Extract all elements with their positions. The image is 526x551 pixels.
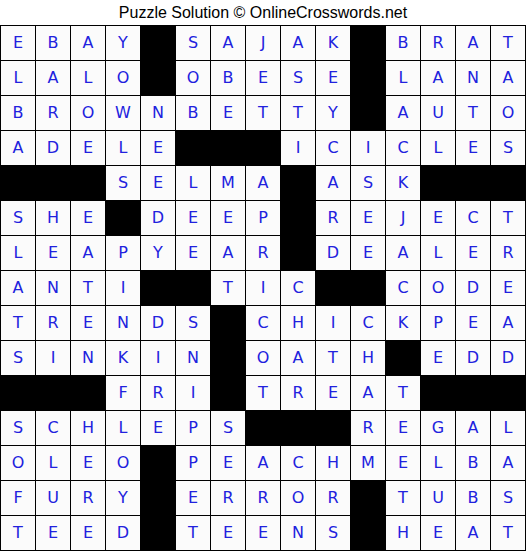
letter-cell-r2c3: L xyxy=(71,61,105,95)
black-cell-r11c2 xyxy=(36,376,70,410)
black-cell-r4c8 xyxy=(246,131,280,165)
black-cell-r13c5 xyxy=(141,446,175,480)
letter-cell-r14c12: T xyxy=(386,481,420,515)
letter-cell-r1c1: E xyxy=(1,26,35,60)
letter-cell-r2c6: O xyxy=(176,61,210,95)
letter-cell-r15c7: E xyxy=(211,516,245,550)
black-cell-r9c7 xyxy=(211,306,245,340)
letter-cell-r14c13: U xyxy=(421,481,455,515)
letter-cell-r12c3: H xyxy=(71,411,105,445)
letter-cell-r9c9: H xyxy=(281,306,315,340)
black-cell-r6c4 xyxy=(106,201,140,235)
letter-cell-r5c10: A xyxy=(316,166,350,200)
letter-cell-r7c12: A xyxy=(386,236,420,270)
letter-cell-r5c5: E xyxy=(141,166,175,200)
letter-cell-r1c7: A xyxy=(211,26,245,60)
letter-cell-r3c4: W xyxy=(106,96,140,130)
letter-cell-r9c14: E xyxy=(456,306,490,340)
black-cell-r14c11 xyxy=(351,481,385,515)
letter-cell-r4c2: D xyxy=(36,131,70,165)
letter-cell-r7c4: P xyxy=(106,236,140,270)
black-cell-r8c5 xyxy=(141,271,175,305)
letter-cell-r14c9: O xyxy=(281,481,315,515)
letter-cell-r13c13: L xyxy=(421,446,455,480)
letter-cell-r13c7: E xyxy=(211,446,245,480)
letter-cell-r12c13: G xyxy=(421,411,455,445)
black-cell-r10c7 xyxy=(211,341,245,375)
header: Puzzle Solution © OnlineCrosswords.net xyxy=(0,0,526,25)
crossword-grid: EBAYSAJAKBRATLALOOBESELANABROWNBETTYAUTO… xyxy=(0,25,526,551)
letter-cell-r3c5: N xyxy=(141,96,175,130)
letter-cell-r12c4: L xyxy=(106,411,140,445)
letter-cell-r8c9: C xyxy=(281,271,315,305)
letter-cell-r10c9: A xyxy=(281,341,315,375)
letter-cell-r12c1: S xyxy=(1,411,35,445)
black-cell-r5c13 xyxy=(421,166,455,200)
letter-cell-r14c4: Y xyxy=(106,481,140,515)
letter-cell-r5c11: S xyxy=(351,166,385,200)
letter-cell-r1c10: K xyxy=(316,26,350,60)
black-cell-r11c1 xyxy=(1,376,35,410)
letter-cell-r6c3: E xyxy=(71,201,105,235)
letter-cell-r1c14: A xyxy=(456,26,490,60)
letter-cell-r3c7: E xyxy=(211,96,245,130)
letter-cell-r7c8: R xyxy=(246,236,280,270)
letter-cell-r8c13: O xyxy=(421,271,455,305)
letter-cell-r14c15: S xyxy=(491,481,525,515)
letter-cell-r1c15: T xyxy=(491,26,525,60)
letter-cell-r4c14: E xyxy=(456,131,490,165)
letter-cell-r3c1: B xyxy=(1,96,35,130)
letter-cell-r5c4: S xyxy=(106,166,140,200)
letter-cell-r15c14: A xyxy=(456,516,490,550)
black-cell-r5c1 xyxy=(1,166,35,200)
letter-cell-r9c15: A xyxy=(491,306,525,340)
letter-cell-r6c7: E xyxy=(211,201,245,235)
letter-cell-r13c1: O xyxy=(1,446,35,480)
letter-cell-r9c13: P xyxy=(421,306,455,340)
letter-cell-r10c11: H xyxy=(351,341,385,375)
black-cell-r12c10 xyxy=(316,411,350,445)
letter-cell-r9c1: T xyxy=(1,306,35,340)
letter-cell-r13c3: E xyxy=(71,446,105,480)
letter-cell-r10c1: S xyxy=(1,341,35,375)
letter-cell-r9c5: D xyxy=(141,306,175,340)
letter-cell-r7c1: L xyxy=(1,236,35,270)
letter-cell-r8c1: A xyxy=(1,271,35,305)
black-cell-r11c14 xyxy=(456,376,490,410)
letter-cell-r15c3: E xyxy=(71,516,105,550)
black-cell-r11c3 xyxy=(71,376,105,410)
black-cell-r14c5 xyxy=(141,481,175,515)
letter-cell-r13c14: B xyxy=(456,446,490,480)
letter-cell-r6c15: T xyxy=(491,201,525,235)
letter-cell-r12c15: L xyxy=(491,411,525,445)
black-cell-r12c9 xyxy=(281,411,315,445)
letter-cell-r15c15: T xyxy=(491,516,525,550)
letter-cell-r13c4: O xyxy=(106,446,140,480)
letter-cell-r12c12: E xyxy=(386,411,420,445)
letter-cell-r12c2: C xyxy=(36,411,70,445)
letter-cell-r13c6: P xyxy=(176,446,210,480)
letter-cell-r14c6: E xyxy=(176,481,210,515)
letter-cell-r15c13: E xyxy=(421,516,455,550)
letter-cell-r2c13: A xyxy=(421,61,455,95)
letter-cell-r12c14: A xyxy=(456,411,490,445)
letter-cell-r13c2: L xyxy=(36,446,70,480)
letter-cell-r9c4: N xyxy=(106,306,140,340)
letter-cell-r9c3: E xyxy=(71,306,105,340)
letter-cell-r1c3: A xyxy=(71,26,105,60)
letter-cell-r13c12: E xyxy=(386,446,420,480)
letter-cell-r8c3: T xyxy=(71,271,105,305)
letter-cell-r4c1: A xyxy=(1,131,35,165)
letter-cell-r11c10: E xyxy=(316,376,350,410)
letter-cell-r10c5: I xyxy=(141,341,175,375)
letter-cell-r3c13: U xyxy=(421,96,455,130)
black-cell-r2c5 xyxy=(141,61,175,95)
letter-cell-r15c4: D xyxy=(106,516,140,550)
letter-cell-r14c7: R xyxy=(211,481,245,515)
letter-cell-r8c14: D xyxy=(456,271,490,305)
letter-cell-r7c2: E xyxy=(36,236,70,270)
black-cell-r15c5 xyxy=(141,516,175,550)
letter-cell-r10c4: K xyxy=(106,341,140,375)
letter-cell-r9c12: K xyxy=(386,306,420,340)
letter-cell-r15c9: N xyxy=(281,516,315,550)
letter-cell-r6c11: E xyxy=(351,201,385,235)
letter-cell-r7c13: L xyxy=(421,236,455,270)
letter-cell-r4c13: L xyxy=(421,131,455,165)
letter-cell-r8c2: N xyxy=(36,271,70,305)
black-cell-r3c11 xyxy=(351,96,385,130)
black-cell-r4c6 xyxy=(176,131,210,165)
letter-cell-r7c11: E xyxy=(351,236,385,270)
letter-cell-r4c4: L xyxy=(106,131,140,165)
black-cell-r5c3 xyxy=(71,166,105,200)
letter-cell-r9c10: I xyxy=(316,306,350,340)
letter-cell-r6c6: E xyxy=(176,201,210,235)
letter-cell-r10c6: N xyxy=(176,341,210,375)
letter-cell-r12c7: S xyxy=(211,411,245,445)
letter-cell-r9c6: S xyxy=(176,306,210,340)
letter-cell-r11c5: R xyxy=(141,376,175,410)
letter-cell-r11c6: I xyxy=(176,376,210,410)
letter-cell-r3c10: Y xyxy=(316,96,350,130)
black-cell-r10c12 xyxy=(386,341,420,375)
letter-cell-r2c7: B xyxy=(211,61,245,95)
letter-cell-r8c15: E xyxy=(491,271,525,305)
letter-cell-r7c14: E xyxy=(456,236,490,270)
black-cell-r8c6 xyxy=(176,271,210,305)
letter-cell-r7c7: A xyxy=(211,236,245,270)
black-cell-r4c7 xyxy=(211,131,245,165)
letter-cell-r14c1: F xyxy=(1,481,35,515)
black-cell-r2c11 xyxy=(351,61,385,95)
letter-cell-r3c8: T xyxy=(246,96,280,130)
letter-cell-r15c6: T xyxy=(176,516,210,550)
letter-cell-r12c5: E xyxy=(141,411,175,445)
letter-cell-r1c13: R xyxy=(421,26,455,60)
letter-cell-r9c8: C xyxy=(246,306,280,340)
letter-cell-r4c9: I xyxy=(281,131,315,165)
letter-cell-r10c14: D xyxy=(456,341,490,375)
letter-cell-r2c8: E xyxy=(246,61,280,95)
letter-cell-r4c11: I xyxy=(351,131,385,165)
letter-cell-r5c8: A xyxy=(246,166,280,200)
letter-cell-r2c4: O xyxy=(106,61,140,95)
black-cell-r8c10 xyxy=(316,271,350,305)
letter-cell-r12c6: P xyxy=(176,411,210,445)
letter-cell-r6c1: S xyxy=(1,201,35,235)
letter-cell-r2c10: E xyxy=(316,61,350,95)
letter-cell-r2c9: S xyxy=(281,61,315,95)
letter-cell-r8c12: C xyxy=(386,271,420,305)
letter-cell-r3c2: R xyxy=(36,96,70,130)
letter-cell-r14c10: R xyxy=(316,481,350,515)
letter-cell-r1c2: B xyxy=(36,26,70,60)
letter-cell-r8c8: I xyxy=(246,271,280,305)
letter-cell-r8c7: T xyxy=(211,271,245,305)
letter-cell-r2c14: N xyxy=(456,61,490,95)
letter-cell-r10c10: T xyxy=(316,341,350,375)
letter-cell-r3c6: B xyxy=(176,96,210,130)
puzzle-solution-page: Puzzle Solution © OnlineCrosswords.net E… xyxy=(0,0,526,551)
letter-cell-r9c2: R xyxy=(36,306,70,340)
letter-cell-r1c4: Y xyxy=(106,26,140,60)
letter-cell-r11c11: A xyxy=(351,376,385,410)
letter-cell-r3c9: T xyxy=(281,96,315,130)
letter-cell-r5c6: L xyxy=(176,166,210,200)
letter-cell-r3c15: O xyxy=(491,96,525,130)
letter-cell-r4c15: S xyxy=(491,131,525,165)
letter-cell-r6c2: H xyxy=(36,201,70,235)
black-cell-r15c11 xyxy=(351,516,385,550)
letter-cell-r7c3: A xyxy=(71,236,105,270)
letter-cell-r6c14: C xyxy=(456,201,490,235)
letter-cell-r5c12: K xyxy=(386,166,420,200)
letter-cell-r8c4: I xyxy=(106,271,140,305)
letter-cell-r7c6: E xyxy=(176,236,210,270)
letter-cell-r7c15: R xyxy=(491,236,525,270)
letter-cell-r6c5: D xyxy=(141,201,175,235)
letter-cell-r15c1: T xyxy=(1,516,35,550)
letter-cell-r14c8: R xyxy=(246,481,280,515)
letter-cell-r1c9: A xyxy=(281,26,315,60)
letter-cell-r14c3: R xyxy=(71,481,105,515)
letter-cell-r1c8: J xyxy=(246,26,280,60)
letter-cell-r13c15: A xyxy=(491,446,525,480)
letter-cell-r13c9: C xyxy=(281,446,315,480)
letter-cell-r4c3: E xyxy=(71,131,105,165)
black-cell-r11c13 xyxy=(421,376,455,410)
letter-cell-r11c12: T xyxy=(386,376,420,410)
letter-cell-r4c10: C xyxy=(316,131,350,165)
letter-cell-r4c5: E xyxy=(141,131,175,165)
letter-cell-r10c8: O xyxy=(246,341,280,375)
letter-cell-r13c11: M xyxy=(351,446,385,480)
letter-cell-r6c13: E xyxy=(421,201,455,235)
letter-cell-r6c12: J xyxy=(386,201,420,235)
letter-cell-r5c7: M xyxy=(211,166,245,200)
black-cell-r8c11 xyxy=(351,271,385,305)
black-cell-r11c7 xyxy=(211,376,245,410)
letter-cell-r15c10: S xyxy=(316,516,350,550)
black-cell-r6c9 xyxy=(281,201,315,235)
letter-cell-r10c2: I xyxy=(36,341,70,375)
letter-cell-r15c12: H xyxy=(386,516,420,550)
letter-cell-r15c8: E xyxy=(246,516,280,550)
letter-cell-r2c12: L xyxy=(386,61,420,95)
letter-cell-r7c5: Y xyxy=(141,236,175,270)
letter-cell-r13c8: A xyxy=(246,446,280,480)
black-cell-r5c9 xyxy=(281,166,315,200)
letter-cell-r1c12: B xyxy=(386,26,420,60)
letter-cell-r6c8: P xyxy=(246,201,280,235)
letter-cell-r11c8: T xyxy=(246,376,280,410)
letter-cell-r11c9: R xyxy=(281,376,315,410)
letter-cell-r2c1: L xyxy=(1,61,35,95)
page-title: Puzzle Solution © OnlineCrosswords.net xyxy=(119,4,407,22)
letter-cell-r3c14: T xyxy=(456,96,490,130)
letter-cell-r2c15: A xyxy=(491,61,525,95)
black-cell-r1c5 xyxy=(141,26,175,60)
letter-cell-r12c11: R xyxy=(351,411,385,445)
letter-cell-r10c3: N xyxy=(71,341,105,375)
letter-cell-r2c2: A xyxy=(36,61,70,95)
letter-cell-r4c12: C xyxy=(386,131,420,165)
black-cell-r7c9 xyxy=(281,236,315,270)
letter-cell-r10c13: E xyxy=(421,341,455,375)
letter-cell-r3c3: O xyxy=(71,96,105,130)
letter-cell-r15c2: E xyxy=(36,516,70,550)
letter-cell-r11c4: F xyxy=(106,376,140,410)
black-cell-r5c14 xyxy=(456,166,490,200)
black-cell-r12c8 xyxy=(246,411,280,445)
black-cell-r5c2 xyxy=(36,166,70,200)
black-cell-r1c11 xyxy=(351,26,385,60)
letter-cell-r9c11: C xyxy=(351,306,385,340)
black-cell-r11c15 xyxy=(491,376,525,410)
letter-cell-r10c15: D xyxy=(491,341,525,375)
letter-cell-r7c10: D xyxy=(316,236,350,270)
letter-cell-r14c2: U xyxy=(36,481,70,515)
letter-cell-r1c6: S xyxy=(176,26,210,60)
letter-cell-r6c10: R xyxy=(316,201,350,235)
letter-cell-r14c14: B xyxy=(456,481,490,515)
black-cell-r5c15 xyxy=(491,166,525,200)
letter-cell-r13c10: H xyxy=(316,446,350,480)
letter-cell-r3c12: A xyxy=(386,96,420,130)
